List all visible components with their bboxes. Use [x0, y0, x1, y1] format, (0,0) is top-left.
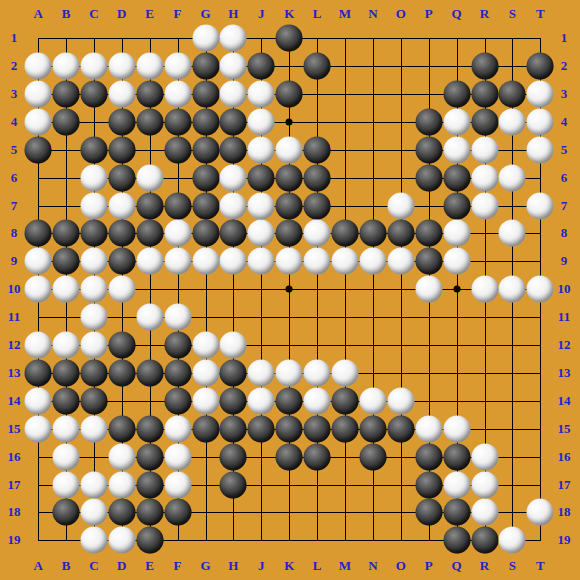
- stone-L6-black[interactable]: [304, 164, 331, 191]
- coord-row-13-right: 13: [558, 365, 571, 381]
- stone-F14-black[interactable]: [164, 387, 191, 414]
- stone-C5-black[interactable]: [80, 136, 107, 163]
- stone-B9-black[interactable]: [53, 248, 80, 275]
- stone-G13-white[interactable]: [192, 359, 219, 386]
- coord-row-7-left: 7: [11, 198, 18, 214]
- stone-M9-white[interactable]: [332, 248, 359, 275]
- stone-H9-white[interactable]: [220, 248, 247, 275]
- coord-row-10-left: 10: [8, 281, 21, 297]
- stone-B17-white[interactable]: [53, 471, 80, 498]
- coord-col-E-top: E: [145, 6, 154, 22]
- coord-col-K-bottom: K: [284, 558, 294, 574]
- coord-row-12-left: 12: [8, 337, 21, 353]
- stone-J6-black[interactable]: [248, 164, 275, 191]
- coord-col-R-bottom: R: [480, 558, 489, 574]
- stone-F18-black[interactable]: [164, 499, 191, 526]
- coord-row-19-left: 19: [8, 532, 21, 548]
- stone-B15-white[interactable]: [53, 415, 80, 442]
- coord-col-L-top: L: [313, 6, 322, 22]
- stone-F4-black[interactable]: [164, 108, 191, 135]
- stone-H5-black[interactable]: [220, 136, 247, 163]
- go-board[interactable]: AABBCCDDEEFFGGHHJJKKLLMMNNOOPPQQRRSSTT11…: [0, 0, 580, 580]
- stone-K13-white[interactable]: [276, 359, 303, 386]
- stone-H4-black[interactable]: [220, 108, 247, 135]
- stone-E9-white[interactable]: [136, 248, 163, 275]
- stone-N9-white[interactable]: [359, 248, 386, 275]
- coord-col-D-top: D: [117, 6, 126, 22]
- stone-Q19-black[interactable]: [443, 527, 470, 554]
- stone-K7-black[interactable]: [276, 192, 303, 219]
- stone-D13-black[interactable]: [108, 359, 135, 386]
- stone-M14-black[interactable]: [332, 387, 359, 414]
- stone-Q8-white[interactable]: [443, 220, 470, 247]
- stone-Q16-black[interactable]: [443, 443, 470, 470]
- coord-col-R-top: R: [480, 6, 489, 22]
- stone-E2-white[interactable]: [136, 53, 163, 80]
- stone-A15-white[interactable]: [25, 415, 52, 442]
- stone-O15-black[interactable]: [387, 415, 414, 442]
- coord-row-5-right: 5: [561, 142, 568, 158]
- coord-row-4-right: 4: [561, 114, 568, 130]
- stone-G14-white[interactable]: [192, 387, 219, 414]
- stone-Q5-white[interactable]: [443, 136, 470, 163]
- stone-L5-black[interactable]: [304, 136, 331, 163]
- stone-D9-black[interactable]: [108, 248, 135, 275]
- stone-A9-white[interactable]: [25, 248, 52, 275]
- stone-K6-black[interactable]: [276, 164, 303, 191]
- stone-C17-white[interactable]: [80, 471, 107, 498]
- stone-E6-white[interactable]: [136, 164, 163, 191]
- coord-col-L-bottom: L: [313, 558, 322, 574]
- stone-D3-white[interactable]: [108, 80, 135, 107]
- stone-J9-white[interactable]: [248, 248, 275, 275]
- stone-H7-white[interactable]: [220, 192, 247, 219]
- coord-col-K-top: K: [284, 6, 294, 22]
- stone-T3-white[interactable]: [527, 80, 554, 107]
- coord-col-A-top: A: [33, 6, 42, 22]
- stone-B16-white[interactable]: [53, 443, 80, 470]
- stone-E18-black[interactable]: [136, 499, 163, 526]
- stone-Q3-black[interactable]: [443, 80, 470, 107]
- stone-S3-black[interactable]: [499, 80, 526, 107]
- stone-A3-white[interactable]: [25, 80, 52, 107]
- stone-T10-white[interactable]: [527, 276, 554, 303]
- stone-F3-white[interactable]: [164, 80, 191, 107]
- stone-K16-black[interactable]: [276, 443, 303, 470]
- coord-row-1-left: 1: [11, 30, 18, 46]
- stone-P9-black[interactable]: [415, 248, 442, 275]
- stone-C2-white[interactable]: [80, 53, 107, 80]
- coord-col-H-bottom: H: [228, 558, 238, 574]
- stone-C12-white[interactable]: [80, 332, 107, 359]
- stone-H15-black[interactable]: [220, 415, 247, 442]
- stone-H6-white[interactable]: [220, 164, 247, 191]
- stone-P4-black[interactable]: [415, 108, 442, 135]
- stone-E3-black[interactable]: [136, 80, 163, 107]
- coord-col-T-bottom: T: [536, 558, 545, 574]
- stone-K14-black[interactable]: [276, 387, 303, 414]
- coord-row-3-right: 3: [561, 86, 568, 102]
- stone-J2-black[interactable]: [248, 53, 275, 80]
- stone-T5-white[interactable]: [527, 136, 554, 163]
- stone-A5-black[interactable]: [25, 136, 52, 163]
- coord-row-18-left: 18: [8, 504, 21, 520]
- stone-C14-black[interactable]: [80, 387, 107, 414]
- stone-E8-black[interactable]: [136, 220, 163, 247]
- stone-C15-white[interactable]: [80, 415, 107, 442]
- stone-K3-black[interactable]: [276, 80, 303, 107]
- stone-G7-black[interactable]: [192, 192, 219, 219]
- stone-P17-black[interactable]: [415, 471, 442, 498]
- coord-row-14-left: 14: [8, 393, 21, 409]
- stone-D2-white[interactable]: [108, 53, 135, 80]
- stone-G6-black[interactable]: [192, 164, 219, 191]
- stone-C8-black[interactable]: [80, 220, 107, 247]
- stone-Q18-black[interactable]: [443, 499, 470, 526]
- stone-P6-black[interactable]: [415, 164, 442, 191]
- stone-T4-white[interactable]: [527, 108, 554, 135]
- stone-F8-white[interactable]: [164, 220, 191, 247]
- stone-R19-black[interactable]: [471, 527, 498, 554]
- stone-F2-white[interactable]: [164, 53, 191, 80]
- coord-row-14-right: 14: [558, 393, 571, 409]
- stone-F15-white[interactable]: [164, 415, 191, 442]
- stone-D4-black[interactable]: [108, 108, 135, 135]
- stone-L16-black[interactable]: [304, 443, 331, 470]
- stone-L9-white[interactable]: [304, 248, 331, 275]
- stone-O8-black[interactable]: [387, 220, 414, 247]
- coord-col-N-top: N: [368, 6, 377, 22]
- stone-H12-white[interactable]: [220, 332, 247, 359]
- stone-O7-white[interactable]: [387, 192, 414, 219]
- stone-R4-black[interactable]: [471, 108, 498, 135]
- stone-P8-black[interactable]: [415, 220, 442, 247]
- stone-R7-white[interactable]: [471, 192, 498, 219]
- coord-col-M-bottom: M: [339, 558, 351, 574]
- coord-col-P-bottom: P: [425, 558, 433, 574]
- grid-line-vertical: [401, 38, 402, 541]
- stone-L13-white[interactable]: [304, 359, 331, 386]
- stone-Q9-white[interactable]: [443, 248, 470, 275]
- stone-A13-black[interactable]: [25, 359, 52, 386]
- stone-A2-white[interactable]: [25, 53, 52, 80]
- coord-col-N-bottom: N: [368, 558, 377, 574]
- coord-row-7-right: 7: [561, 198, 568, 214]
- coord-row-4-left: 4: [11, 114, 18, 130]
- stone-R16-white[interactable]: [471, 443, 498, 470]
- coord-row-1-right: 1: [561, 30, 568, 46]
- stone-L7-black[interactable]: [304, 192, 331, 219]
- coord-col-F-bottom: F: [174, 558, 182, 574]
- stone-E15-black[interactable]: [136, 415, 163, 442]
- coord-row-16-right: 16: [558, 449, 571, 465]
- stone-C3-black[interactable]: [80, 80, 107, 107]
- stone-G3-black[interactable]: [192, 80, 219, 107]
- stone-E17-black[interactable]: [136, 471, 163, 498]
- coord-row-5-left: 5: [11, 142, 18, 158]
- coord-col-M-top: M: [339, 6, 351, 22]
- coord-row-19-right: 19: [558, 532, 571, 548]
- stone-M15-black[interactable]: [332, 415, 359, 442]
- stone-Q15-white[interactable]: [443, 415, 470, 442]
- stone-H2-white[interactable]: [220, 53, 247, 80]
- stone-C6-white[interactable]: [80, 164, 107, 191]
- stone-A8-black[interactable]: [25, 220, 52, 247]
- stone-P16-black[interactable]: [415, 443, 442, 470]
- coord-row-8-left: 8: [11, 225, 18, 241]
- stone-J15-black[interactable]: [248, 415, 275, 442]
- stone-R18-white[interactable]: [471, 499, 498, 526]
- stone-D15-black[interactable]: [108, 415, 135, 442]
- coord-col-S-top: S: [509, 6, 516, 22]
- stone-H16-black[interactable]: [220, 443, 247, 470]
- stone-H17-black[interactable]: [220, 471, 247, 498]
- coord-col-J-top: J: [258, 6, 265, 22]
- stone-J4-white[interactable]: [248, 108, 275, 135]
- stone-G9-white[interactable]: [192, 248, 219, 275]
- coord-col-E-bottom: E: [145, 558, 154, 574]
- coord-col-G-bottom: G: [200, 558, 210, 574]
- stone-M13-white[interactable]: [332, 359, 359, 386]
- coord-col-O-top: O: [396, 6, 406, 22]
- stone-P15-white[interactable]: [415, 415, 442, 442]
- stone-J13-white[interactable]: [248, 359, 275, 386]
- coord-row-2-left: 2: [11, 58, 18, 74]
- stone-B2-white[interactable]: [53, 53, 80, 80]
- stone-R17-white[interactable]: [471, 471, 498, 498]
- stone-E11-white[interactable]: [136, 304, 163, 331]
- coord-col-T-top: T: [536, 6, 545, 22]
- coord-row-18-right: 18: [558, 504, 571, 520]
- stone-P5-black[interactable]: [415, 136, 442, 163]
- stone-C7-white[interactable]: [80, 192, 107, 219]
- stone-D17-white[interactable]: [108, 471, 135, 498]
- stone-H3-white[interactable]: [220, 80, 247, 107]
- stone-H14-black[interactable]: [220, 387, 247, 414]
- stone-K5-white[interactable]: [276, 136, 303, 163]
- stone-T2-black[interactable]: [527, 53, 554, 80]
- stone-D12-black[interactable]: [108, 332, 135, 359]
- coord-col-A-bottom: A: [33, 558, 42, 574]
- stone-S19-white[interactable]: [499, 527, 526, 554]
- stone-S4-white[interactable]: [499, 108, 526, 135]
- coord-col-O-bottom: O: [396, 558, 406, 574]
- hoshi-K4: [286, 118, 293, 125]
- stone-F11-white[interactable]: [164, 304, 191, 331]
- hoshi-Q10: [453, 286, 460, 293]
- stone-R10-white[interactable]: [471, 276, 498, 303]
- stone-E16-black[interactable]: [136, 443, 163, 470]
- stone-K1-black[interactable]: [276, 25, 303, 52]
- coord-col-S-bottom: S: [509, 558, 516, 574]
- stone-A10-white[interactable]: [25, 276, 52, 303]
- stone-C18-white[interactable]: [80, 499, 107, 526]
- stone-A4-white[interactable]: [25, 108, 52, 135]
- stone-R2-black[interactable]: [471, 53, 498, 80]
- coord-row-2-right: 2: [561, 58, 568, 74]
- stone-C11-white[interactable]: [80, 304, 107, 331]
- stone-T7-white[interactable]: [527, 192, 554, 219]
- coord-col-G-top: G: [200, 6, 210, 22]
- stone-K8-black[interactable]: [276, 220, 303, 247]
- stone-C19-white[interactable]: [80, 527, 107, 554]
- coord-col-Q-bottom: Q: [452, 558, 462, 574]
- hoshi-K10: [286, 286, 293, 293]
- coord-row-6-left: 6: [11, 170, 18, 186]
- stone-S6-white[interactable]: [499, 164, 526, 191]
- stone-N14-white[interactable]: [359, 387, 386, 414]
- coord-col-B-bottom: B: [62, 558, 71, 574]
- stone-L8-white[interactable]: [304, 220, 331, 247]
- stone-D19-white[interactable]: [108, 527, 135, 554]
- stone-D5-black[interactable]: [108, 136, 135, 163]
- stone-A12-white[interactable]: [25, 332, 52, 359]
- stone-B10-white[interactable]: [53, 276, 80, 303]
- coord-col-F-top: F: [174, 6, 182, 22]
- stone-Q7-black[interactable]: [443, 192, 470, 219]
- stone-B8-black[interactable]: [53, 220, 80, 247]
- stone-Q4-white[interactable]: [443, 108, 470, 135]
- coord-row-16-left: 16: [8, 449, 21, 465]
- grid-line-vertical: [345, 38, 346, 541]
- stone-J8-white[interactable]: [248, 220, 275, 247]
- stone-D6-black[interactable]: [108, 164, 135, 191]
- stone-G1-white[interactable]: [192, 25, 219, 52]
- stone-P18-black[interactable]: [415, 499, 442, 526]
- coord-col-H-top: H: [228, 6, 238, 22]
- stone-M8-black[interactable]: [332, 220, 359, 247]
- stone-N8-black[interactable]: [359, 220, 386, 247]
- stone-F13-black[interactable]: [164, 359, 191, 386]
- stone-L2-black[interactable]: [304, 53, 331, 80]
- stone-J5-white[interactable]: [248, 136, 275, 163]
- stone-Q17-white[interactable]: [443, 471, 470, 498]
- stone-C10-white[interactable]: [80, 276, 107, 303]
- stone-E7-black[interactable]: [136, 192, 163, 219]
- stone-C13-black[interactable]: [80, 359, 107, 386]
- stone-F16-white[interactable]: [164, 443, 191, 470]
- stone-S10-white[interactable]: [499, 276, 526, 303]
- stone-K15-black[interactable]: [276, 415, 303, 442]
- stone-B12-white[interactable]: [53, 332, 80, 359]
- stone-D18-black[interactable]: [108, 499, 135, 526]
- coord-row-10-right: 10: [558, 281, 571, 297]
- coord-row-17-right: 17: [558, 477, 571, 493]
- stone-Q6-black[interactable]: [443, 164, 470, 191]
- stone-B3-black[interactable]: [53, 80, 80, 107]
- stone-L14-white[interactable]: [304, 387, 331, 414]
- stone-L15-black[interactable]: [304, 415, 331, 442]
- stone-B14-black[interactable]: [53, 387, 80, 414]
- coord-row-3-left: 3: [11, 86, 18, 102]
- stone-N16-black[interactable]: [359, 443, 386, 470]
- coord-row-15-right: 15: [558, 421, 571, 437]
- stone-D8-black[interactable]: [108, 220, 135, 247]
- coord-col-C-top: C: [89, 6, 98, 22]
- stone-F17-white[interactable]: [164, 471, 191, 498]
- stone-J7-white[interactable]: [248, 192, 275, 219]
- stone-R3-black[interactable]: [471, 80, 498, 107]
- stone-G12-white[interactable]: [192, 332, 219, 359]
- coord-col-D-bottom: D: [117, 558, 126, 574]
- coord-row-17-left: 17: [8, 477, 21, 493]
- coord-col-B-top: B: [62, 6, 71, 22]
- coord-row-13-left: 13: [8, 365, 21, 381]
- stone-A14-white[interactable]: [25, 387, 52, 414]
- stone-G2-black[interactable]: [192, 53, 219, 80]
- stone-G8-black[interactable]: [192, 220, 219, 247]
- coord-row-6-right: 6: [561, 170, 568, 186]
- stone-D7-white[interactable]: [108, 192, 135, 219]
- stone-C9-white[interactable]: [80, 248, 107, 275]
- stone-G5-black[interactable]: [192, 136, 219, 163]
- coord-row-11-right: 11: [558, 309, 570, 325]
- coord-col-Q-top: Q: [452, 6, 462, 22]
- coord-row-9-left: 9: [11, 253, 18, 269]
- coord-row-15-left: 15: [8, 421, 21, 437]
- stone-H8-black[interactable]: [220, 220, 247, 247]
- stone-E13-black[interactable]: [136, 359, 163, 386]
- stone-F12-black[interactable]: [164, 332, 191, 359]
- stone-E19-black[interactable]: [136, 527, 163, 554]
- stone-O14-white[interactable]: [387, 387, 414, 414]
- stone-G15-black[interactable]: [192, 415, 219, 442]
- stone-B13-black[interactable]: [53, 359, 80, 386]
- stone-O9-white[interactable]: [387, 248, 414, 275]
- stone-G4-black[interactable]: [192, 108, 219, 135]
- coord-col-C-bottom: C: [89, 558, 98, 574]
- coord-row-9-right: 9: [561, 253, 568, 269]
- stone-F7-black[interactable]: [164, 192, 191, 219]
- coord-row-12-right: 12: [558, 337, 571, 353]
- stone-E4-black[interactable]: [136, 108, 163, 135]
- stone-D10-white[interactable]: [108, 276, 135, 303]
- coord-col-J-bottom: J: [258, 558, 265, 574]
- stone-B18-black[interactable]: [53, 499, 80, 526]
- stone-H13-black[interactable]: [220, 359, 247, 386]
- stone-S8-white[interactable]: [499, 220, 526, 247]
- grid-line-horizontal: [38, 317, 541, 318]
- stone-K9-white[interactable]: [276, 248, 303, 275]
- coord-col-P-top: P: [425, 6, 433, 22]
- coord-row-8-right: 8: [561, 225, 568, 241]
- stone-J14-white[interactable]: [248, 387, 275, 414]
- stone-R6-white[interactable]: [471, 164, 498, 191]
- stone-F9-white[interactable]: [164, 248, 191, 275]
- stone-P10-white[interactable]: [415, 276, 442, 303]
- stone-D16-white[interactable]: [108, 443, 135, 470]
- stone-H1-white[interactable]: [220, 25, 247, 52]
- stone-B4-black[interactable]: [53, 108, 80, 135]
- stone-F5-black[interactable]: [164, 136, 191, 163]
- stone-R5-white[interactable]: [471, 136, 498, 163]
- coord-row-11-left: 11: [8, 309, 20, 325]
- stone-J3-white[interactable]: [248, 80, 275, 107]
- stone-T18-white[interactable]: [527, 499, 554, 526]
- stone-N15-black[interactable]: [359, 415, 386, 442]
